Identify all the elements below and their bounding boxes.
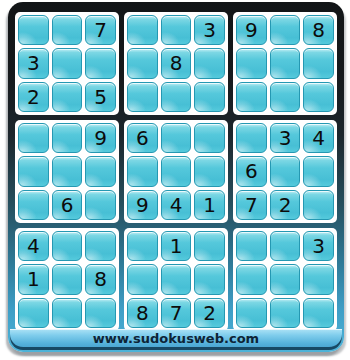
- cell-r6c3[interactable]: [85, 190, 116, 220]
- cell-r7c8[interactable]: [270, 231, 301, 261]
- cell-r8c2[interactable]: [52, 264, 83, 294]
- cell-r1c3[interactable]: 7: [85, 15, 116, 45]
- cell-r3c3[interactable]: 5: [85, 82, 116, 112]
- cell-r6c1[interactable]: [18, 190, 49, 220]
- cell-r7c5[interactable]: 1: [161, 231, 192, 261]
- cell-r5c1[interactable]: [18, 156, 49, 186]
- cell-r5c6[interactable]: [194, 156, 225, 186]
- cell-r8c6[interactable]: [194, 264, 225, 294]
- cell-r6c2[interactable]: 6: [52, 190, 83, 220]
- cell-r8c7[interactable]: [236, 264, 267, 294]
- cell-r1c7[interactable]: 9: [236, 15, 267, 45]
- cell-r9c3[interactable]: [85, 298, 116, 328]
- cell-r3c9[interactable]: [303, 82, 334, 112]
- cell-r7c2[interactable]: [52, 231, 83, 261]
- cell-r9c2[interactable]: [52, 298, 83, 328]
- cell-r5c2[interactable]: [52, 156, 83, 186]
- cell-r7c6[interactable]: [194, 231, 225, 261]
- cell-r6c8[interactable]: 2: [270, 190, 301, 220]
- box-3: 98: [233, 12, 337, 115]
- cell-r4c5[interactable]: [161, 123, 192, 153]
- cell-r2c1[interactable]: 3: [18, 48, 49, 78]
- box-1: 7325: [15, 12, 119, 115]
- cell-r4c8[interactable]: 3: [270, 123, 301, 153]
- cell-r1c9[interactable]: 8: [303, 15, 334, 45]
- cell-r2c5[interactable]: 8: [161, 48, 192, 78]
- cell-r7c7[interactable]: [236, 231, 267, 261]
- box-6: 34672: [233, 120, 337, 223]
- cell-r9c1[interactable]: [18, 298, 49, 328]
- cell-r2c9[interactable]: [303, 48, 334, 78]
- cell-r4c4[interactable]: 6: [127, 123, 158, 153]
- box-4: 96: [15, 120, 119, 223]
- cell-r2c3[interactable]: [85, 48, 116, 78]
- cell-r6c7[interactable]: 7: [236, 190, 267, 220]
- box-2: 38: [124, 12, 228, 115]
- sudoku-grid: 732538989669413467241818723: [15, 12, 337, 331]
- cell-r3c2[interactable]: [52, 82, 83, 112]
- cell-r6c4[interactable]: 9: [127, 190, 158, 220]
- cell-r2c2[interactable]: [52, 48, 83, 78]
- cell-r4c6[interactable]: [194, 123, 225, 153]
- cell-r6c6[interactable]: 1: [194, 190, 225, 220]
- cell-r1c5[interactable]: [161, 15, 192, 45]
- sudoku-board: 732538989669413467241818723 www.sudokusw…: [8, 2, 344, 352]
- cell-r8c1[interactable]: 1: [18, 264, 49, 294]
- cell-r3c7[interactable]: [236, 82, 267, 112]
- cell-r9c7[interactable]: [236, 298, 267, 328]
- cell-r3c4[interactable]: [127, 82, 158, 112]
- box-7: 418: [15, 228, 119, 331]
- cell-r1c6[interactable]: 3: [194, 15, 225, 45]
- cell-r9c6[interactable]: 2: [194, 298, 225, 328]
- cell-r5c4[interactable]: [127, 156, 158, 186]
- cell-r8c5[interactable]: [161, 264, 192, 294]
- cell-r6c5[interactable]: 4: [161, 190, 192, 220]
- cell-r7c3[interactable]: [85, 231, 116, 261]
- cell-r5c3[interactable]: [85, 156, 116, 186]
- cell-r8c8[interactable]: [270, 264, 301, 294]
- box-5: 6941: [124, 120, 228, 223]
- cell-r9c5[interactable]: 7: [161, 298, 192, 328]
- cell-r8c3[interactable]: 8: [85, 264, 116, 294]
- cell-r5c7[interactable]: 6: [236, 156, 267, 186]
- cell-r7c4[interactable]: [127, 231, 158, 261]
- cell-r3c5[interactable]: [161, 82, 192, 112]
- cell-r4c2[interactable]: [52, 123, 83, 153]
- cell-r7c1[interactable]: 4: [18, 231, 49, 261]
- cell-r8c9[interactable]: [303, 264, 334, 294]
- cell-r8c4[interactable]: [127, 264, 158, 294]
- cell-r4c1[interactable]: [18, 123, 49, 153]
- box-9: 3: [233, 228, 337, 331]
- cell-r3c1[interactable]: 2: [18, 82, 49, 112]
- cell-r2c4[interactable]: [127, 48, 158, 78]
- cell-r2c6[interactable]: [194, 48, 225, 78]
- footer-url: www.sudokusweb.com: [10, 329, 342, 350]
- cell-r9c9[interactable]: [303, 298, 334, 328]
- cell-r2c7[interactable]: [236, 48, 267, 78]
- cell-r3c8[interactable]: [270, 82, 301, 112]
- cell-r5c9[interactable]: [303, 156, 334, 186]
- cell-r4c9[interactable]: 4: [303, 123, 334, 153]
- cell-r2c8[interactable]: [270, 48, 301, 78]
- cell-r7c9[interactable]: 3: [303, 231, 334, 261]
- cell-r5c8[interactable]: [270, 156, 301, 186]
- cell-r1c8[interactable]: [270, 15, 301, 45]
- box-8: 1872: [124, 228, 228, 331]
- cell-r4c3[interactable]: 9: [85, 123, 116, 153]
- cell-r4c7[interactable]: [236, 123, 267, 153]
- cell-r9c8[interactable]: [270, 298, 301, 328]
- cell-r6c9[interactable]: [303, 190, 334, 220]
- cell-r1c2[interactable]: [52, 15, 83, 45]
- cell-r3c6[interactable]: [194, 82, 225, 112]
- cell-r9c4[interactable]: 8: [127, 298, 158, 328]
- cell-r5c5[interactable]: [161, 156, 192, 186]
- cell-r1c4[interactable]: [127, 15, 158, 45]
- cell-r1c1[interactable]: [18, 15, 49, 45]
